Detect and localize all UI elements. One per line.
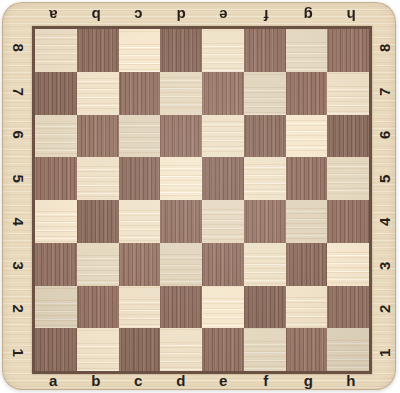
square-f6[interactable] bbox=[244, 115, 286, 158]
file-label-bottom-a: a bbox=[32, 371, 75, 391]
square-a7[interactable] bbox=[35, 72, 77, 115]
file-label-top-a: a bbox=[32, 5, 75, 25]
square-c6[interactable] bbox=[119, 115, 161, 158]
rank-label-right-6: 6 bbox=[363, 124, 400, 146]
square-a1[interactable] bbox=[35, 328, 77, 371]
square-g3[interactable] bbox=[286, 243, 328, 286]
square-e6[interactable] bbox=[202, 115, 244, 158]
square-d1[interactable] bbox=[160, 328, 202, 371]
rank-label-right-2: 2 bbox=[363, 298, 400, 320]
square-g1[interactable] bbox=[286, 328, 328, 371]
square-b8[interactable] bbox=[77, 29, 119, 72]
file-label-bottom-e: e bbox=[202, 371, 245, 391]
rank-label-right-1: 1 bbox=[363, 341, 400, 363]
square-d5[interactable] bbox=[160, 157, 202, 200]
square-g6[interactable] bbox=[286, 115, 328, 158]
file-label-top-b: b bbox=[75, 5, 118, 25]
square-b7[interactable] bbox=[77, 72, 119, 115]
square-b5[interactable] bbox=[77, 157, 119, 200]
square-a6[interactable] bbox=[35, 115, 77, 158]
square-d2[interactable] bbox=[160, 286, 202, 329]
square-d3[interactable] bbox=[160, 243, 202, 286]
square-f1[interactable] bbox=[244, 328, 286, 371]
square-d7[interactable] bbox=[160, 72, 202, 115]
rank-labels-left: 87654321 bbox=[7, 26, 29, 374]
square-c8[interactable] bbox=[119, 29, 161, 72]
square-g4[interactable] bbox=[286, 200, 328, 243]
square-a8[interactable] bbox=[35, 29, 77, 72]
square-c7[interactable] bbox=[119, 72, 161, 115]
file-label-top-g: g bbox=[287, 5, 330, 25]
file-label-bottom-h: h bbox=[330, 371, 373, 391]
square-g2[interactable] bbox=[286, 286, 328, 329]
square-e5[interactable] bbox=[202, 157, 244, 200]
square-c2[interactable] bbox=[119, 286, 161, 329]
file-label-top-d: d bbox=[160, 5, 203, 25]
square-c3[interactable] bbox=[119, 243, 161, 286]
square-d6[interactable] bbox=[160, 115, 202, 158]
file-label-bottom-b: b bbox=[75, 371, 118, 391]
file-label-bottom-f: f bbox=[245, 371, 288, 391]
square-f2[interactable] bbox=[244, 286, 286, 329]
square-b4[interactable] bbox=[77, 200, 119, 243]
rank-label-right-7: 7 bbox=[363, 80, 400, 102]
square-f5[interactable] bbox=[244, 157, 286, 200]
square-a2[interactable] bbox=[35, 286, 77, 329]
square-d8[interactable] bbox=[160, 29, 202, 72]
file-label-top-f: f bbox=[245, 5, 288, 25]
file-labels-top: abcdefgh bbox=[32, 5, 372, 25]
square-g8[interactable] bbox=[286, 29, 328, 72]
file-label-bottom-d: d bbox=[160, 371, 203, 391]
square-a3[interactable] bbox=[35, 243, 77, 286]
square-e4[interactable] bbox=[202, 200, 244, 243]
square-g7[interactable] bbox=[286, 72, 328, 115]
square-f8[interactable] bbox=[244, 29, 286, 72]
board-photo: abcdefgh 87654321 87654321 abcdefgh bbox=[0, 0, 400, 393]
square-b1[interactable] bbox=[77, 328, 119, 371]
square-g5[interactable] bbox=[286, 157, 328, 200]
square-b3[interactable] bbox=[77, 243, 119, 286]
square-e3[interactable] bbox=[202, 243, 244, 286]
file-label-bottom-g: g bbox=[287, 371, 330, 391]
file-label-top-c: c bbox=[117, 5, 160, 25]
rank-labels-right: 87654321 bbox=[374, 26, 396, 374]
square-b6[interactable] bbox=[77, 115, 119, 158]
square-e7[interactable] bbox=[202, 72, 244, 115]
square-c5[interactable] bbox=[119, 157, 161, 200]
vinyl-mat: abcdefgh 87654321 87654321 abcdefgh bbox=[2, 2, 396, 390]
square-e1[interactable] bbox=[202, 328, 244, 371]
file-labels-bottom: abcdefgh bbox=[32, 370, 372, 392]
square-f7[interactable] bbox=[244, 72, 286, 115]
square-f3[interactable] bbox=[244, 243, 286, 286]
rank-label-right-5: 5 bbox=[363, 167, 400, 189]
chess-board bbox=[32, 26, 372, 374]
square-a4[interactable] bbox=[35, 200, 77, 243]
rank-label-right-4: 4 bbox=[363, 211, 400, 233]
square-c4[interactable] bbox=[119, 200, 161, 243]
square-b2[interactable] bbox=[77, 286, 119, 329]
square-e2[interactable] bbox=[202, 286, 244, 329]
square-e8[interactable] bbox=[202, 29, 244, 72]
square-c1[interactable] bbox=[119, 328, 161, 371]
square-d4[interactable] bbox=[160, 200, 202, 243]
file-label-top-e: e bbox=[202, 5, 245, 25]
file-label-top-h: h bbox=[330, 5, 373, 25]
rank-label-right-3: 3 bbox=[363, 254, 400, 276]
file-label-bottom-c: c bbox=[117, 371, 160, 391]
square-a5[interactable] bbox=[35, 157, 77, 200]
square-f4[interactable] bbox=[244, 200, 286, 243]
rank-label-right-8: 8 bbox=[363, 37, 400, 59]
